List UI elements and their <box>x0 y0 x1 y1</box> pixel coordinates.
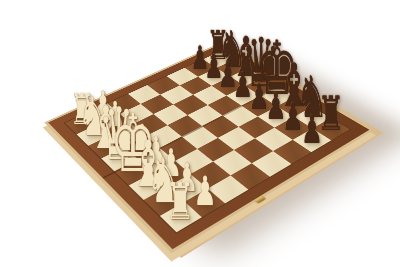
piece-white-rook[interactable]: ♜ <box>166 177 195 228</box>
pieces-layer: ♜♞♝♛♚♝♞♜♟♟♟♟♟♟♟♟♟♟♟♟♟♟♟♟♜♞♝♛♚♝♞♜ <box>0 0 400 267</box>
piece-white-pawn[interactable]: ♟ <box>193 172 216 212</box>
chess-set-photo: ♜♞♝♛♚♝♞♜♟♟♟♟♟♟♟♟♟♟♟♟♟♟♟♟♜♞♝♛♚♝♞♜ <box>0 0 400 267</box>
piece-black-pawn[interactable]: ♟ <box>301 110 323 148</box>
